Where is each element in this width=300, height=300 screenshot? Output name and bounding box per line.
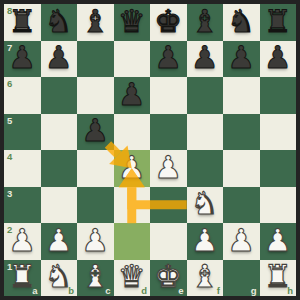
white-pawn-h2[interactable]: ♟ bbox=[264, 225, 292, 256]
square-e8[interactable]: ♚ bbox=[150, 4, 187, 41]
black-king-e8[interactable]: ♚ bbox=[154, 6, 182, 37]
square-f6[interactable] bbox=[187, 77, 224, 114]
square-a7[interactable]: 7♟ bbox=[4, 41, 41, 78]
square-f4[interactable] bbox=[187, 150, 224, 187]
square-e1[interactable]: e♚ bbox=[150, 260, 187, 297]
rank-label-6: 6 bbox=[7, 79, 12, 89]
square-g5[interactable] bbox=[223, 114, 260, 151]
black-pawn-a7[interactable]: ♟ bbox=[8, 42, 36, 73]
square-g6[interactable] bbox=[223, 77, 260, 114]
white-queen-d1[interactable]: ♛ bbox=[118, 261, 146, 292]
white-pawn-c2[interactable]: ♟ bbox=[81, 225, 109, 256]
square-h1[interactable]: h♜ bbox=[260, 260, 297, 297]
square-a5[interactable]: 5 bbox=[4, 114, 41, 151]
square-b2[interactable]: ♟ bbox=[41, 223, 78, 260]
square-d2[interactable] bbox=[114, 223, 151, 260]
square-g2[interactable]: ♟ bbox=[223, 223, 260, 260]
square-d1[interactable]: d♛ bbox=[114, 260, 151, 297]
square-c7[interactable] bbox=[77, 41, 114, 78]
white-rook-h1[interactable]: ♜ bbox=[264, 261, 292, 292]
square-c1[interactable]: c♝ bbox=[77, 260, 114, 297]
square-e6[interactable] bbox=[150, 77, 187, 114]
white-pawn-e4[interactable]: ♟ bbox=[154, 152, 182, 183]
white-pawn-b2[interactable]: ♟ bbox=[45, 225, 73, 256]
rank-label-3: 3 bbox=[7, 189, 12, 199]
square-a4[interactable]: 4 bbox=[4, 150, 41, 187]
square-d5[interactable] bbox=[114, 114, 151, 151]
square-d3[interactable] bbox=[114, 187, 151, 224]
black-queen-d8[interactable]: ♛ bbox=[118, 6, 146, 37]
square-g8[interactable]: ♞ bbox=[223, 4, 260, 41]
white-rook-a1[interactable]: ♜ bbox=[8, 261, 36, 292]
square-g7[interactable]: ♟ bbox=[223, 41, 260, 78]
black-pawn-d6[interactable]: ♟ bbox=[118, 79, 146, 110]
square-b5[interactable] bbox=[41, 114, 78, 151]
black-bishop-f8[interactable]: ♝ bbox=[191, 6, 219, 37]
black-knight-g8[interactable]: ♞ bbox=[227, 6, 255, 37]
square-c2[interactable]: ♟ bbox=[77, 223, 114, 260]
board-frame: 8♜♞♝♛♚♝♞♜7♟♟♟♟♟♟6♟5♟4♟♟3♞2♟♟♟♟♟♟1a♜b♞c♝d… bbox=[0, 0, 300, 300]
black-knight-b8[interactable]: ♞ bbox=[45, 6, 73, 37]
square-c5[interactable]: ♟ bbox=[77, 114, 114, 151]
square-a2[interactable]: 2♟ bbox=[4, 223, 41, 260]
square-c3[interactable] bbox=[77, 187, 114, 224]
square-b7[interactable]: ♟ bbox=[41, 41, 78, 78]
rank-label-4: 4 bbox=[7, 152, 12, 162]
square-a6[interactable]: 6 bbox=[4, 77, 41, 114]
black-pawn-f7[interactable]: ♟ bbox=[191, 42, 219, 73]
square-b6[interactable] bbox=[41, 77, 78, 114]
rank-label-5: 5 bbox=[7, 116, 12, 126]
chess-board[interactable]: 8♜♞♝♛♚♝♞♜7♟♟♟♟♟♟6♟5♟4♟♟3♞2♟♟♟♟♟♟1a♜b♞c♝d… bbox=[4, 4, 296, 296]
square-h7[interactable]: ♟ bbox=[260, 41, 297, 78]
square-c4[interactable] bbox=[77, 150, 114, 187]
square-f5[interactable] bbox=[187, 114, 224, 151]
black-pawn-e7[interactable]: ♟ bbox=[154, 42, 182, 73]
white-bishop-f1[interactable]: ♝ bbox=[191, 261, 219, 292]
square-c6[interactable] bbox=[77, 77, 114, 114]
square-h5[interactable] bbox=[260, 114, 297, 151]
square-b1[interactable]: b♞ bbox=[41, 260, 78, 297]
white-pawn-d4[interactable]: ♟ bbox=[118, 152, 146, 183]
square-e7[interactable]: ♟ bbox=[150, 41, 187, 78]
square-g4[interactable] bbox=[223, 150, 260, 187]
black-rook-a8[interactable]: ♜ bbox=[8, 6, 36, 37]
black-pawn-b7[interactable]: ♟ bbox=[45, 42, 73, 73]
black-pawn-c5[interactable]: ♟ bbox=[81, 115, 109, 146]
square-h6[interactable] bbox=[260, 77, 297, 114]
square-a8[interactable]: 8♜ bbox=[4, 4, 41, 41]
white-pawn-g2[interactable]: ♟ bbox=[227, 225, 255, 256]
square-b8[interactable]: ♞ bbox=[41, 4, 78, 41]
square-d4[interactable]: ♟ bbox=[114, 150, 151, 187]
black-pawn-g7[interactable]: ♟ bbox=[227, 42, 255, 73]
square-a1[interactable]: 1a♜ bbox=[4, 260, 41, 297]
square-f8[interactable]: ♝ bbox=[187, 4, 224, 41]
square-f7[interactable]: ♟ bbox=[187, 41, 224, 78]
square-h8[interactable]: ♜ bbox=[260, 4, 297, 41]
square-b4[interactable] bbox=[41, 150, 78, 187]
file-label-g: g bbox=[251, 286, 257, 296]
white-king-e1[interactable]: ♚ bbox=[154, 261, 182, 292]
square-g3[interactable] bbox=[223, 187, 260, 224]
white-pawn-a2[interactable]: ♟ bbox=[8, 225, 36, 256]
square-d8[interactable]: ♛ bbox=[114, 4, 151, 41]
square-e4[interactable]: ♟ bbox=[150, 150, 187, 187]
white-knight-b1[interactable]: ♞ bbox=[45, 261, 73, 292]
square-d7[interactable] bbox=[114, 41, 151, 78]
square-a3[interactable]: 3 bbox=[4, 187, 41, 224]
white-knight-f3[interactable]: ♞ bbox=[191, 188, 219, 219]
black-rook-h8[interactable]: ♜ bbox=[264, 6, 292, 37]
square-g1[interactable]: g bbox=[223, 260, 260, 297]
black-pawn-h7[interactable]: ♟ bbox=[264, 42, 292, 73]
square-e3[interactable] bbox=[150, 187, 187, 224]
square-c8[interactable]: ♝ bbox=[77, 4, 114, 41]
square-h2[interactable]: ♟ bbox=[260, 223, 297, 260]
white-pawn-f2[interactable]: ♟ bbox=[191, 225, 219, 256]
black-bishop-c8[interactable]: ♝ bbox=[81, 6, 109, 37]
white-bishop-c1[interactable]: ♝ bbox=[81, 261, 109, 292]
square-e2[interactable] bbox=[150, 223, 187, 260]
square-h3[interactable] bbox=[260, 187, 297, 224]
square-f3[interactable]: ♞ bbox=[187, 187, 224, 224]
square-f2[interactable]: ♟ bbox=[187, 223, 224, 260]
square-b3[interactable] bbox=[41, 187, 78, 224]
square-d6[interactable]: ♟ bbox=[114, 77, 151, 114]
square-e5[interactable] bbox=[150, 114, 187, 151]
square-f1[interactable]: f♝ bbox=[187, 260, 224, 297]
square-h4[interactable] bbox=[260, 150, 297, 187]
